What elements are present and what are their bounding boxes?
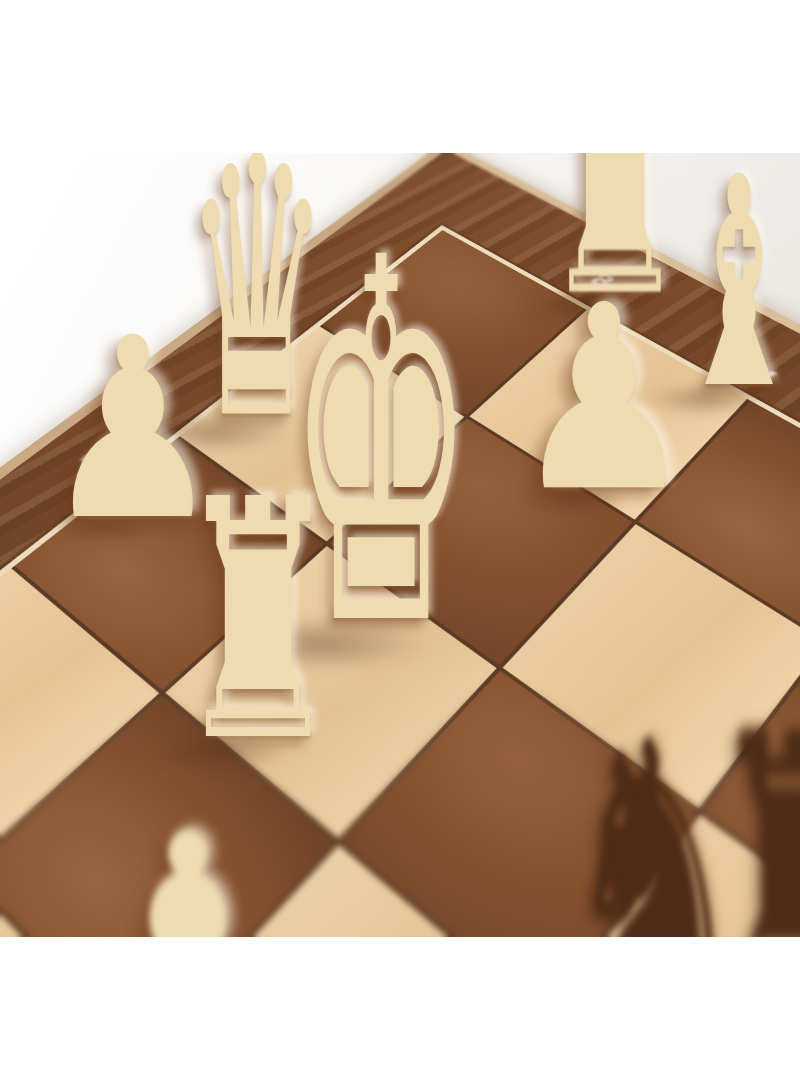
frame-coordinate-mark: v: [746, 358, 783, 388]
frame-coordinate-mark: 8: [583, 267, 620, 294]
frame-coordinate-mark: e: [215, 342, 256, 372]
chessboard-photo: 8vaep ♜♝♛♟♟♚♜♞♜♟: [0, 153, 800, 937]
depth-blur-far: [320, 153, 800, 243]
product-photo-page: 8vaep ♜♝♛♟♟♚♜♞♜♟: [0, 0, 800, 1091]
depth-blur-near: [0, 670, 800, 937]
frame-coordinate-mark: p: [78, 436, 124, 471]
